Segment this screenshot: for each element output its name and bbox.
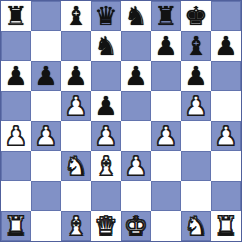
piece-black-pawn[interactable]: ♟ [4, 61, 27, 91]
piece-black-knight[interactable]: ♞ [124, 1, 147, 31]
square-h6[interactable] [211, 61, 241, 91]
piece-white-pawn[interactable]: ♟ [124, 151, 147, 181]
square-d7[interactable]: ♞ [91, 31, 121, 61]
square-h1[interactable]: ♜ [211, 211, 241, 241]
square-b3[interactable] [31, 151, 61, 181]
square-f4[interactable]: ♟ [151, 121, 181, 151]
square-f1[interactable] [151, 211, 181, 241]
square-d5[interactable]: ♟ [91, 91, 121, 121]
piece-white-king[interactable]: ♚ [124, 211, 147, 241]
square-b2[interactable] [31, 181, 61, 211]
square-e1[interactable]: ♚ [121, 211, 151, 241]
piece-black-pawn[interactable]: ♟ [34, 61, 57, 91]
piece-black-pawn[interactable]: ♟ [94, 91, 117, 121]
piece-white-rook[interactable]: ♜ [214, 211, 237, 241]
square-d4[interactable]: ♟ [91, 121, 121, 151]
piece-black-knight[interactable]: ♞ [94, 31, 117, 61]
square-c1[interactable]: ♝ [61, 211, 91, 241]
square-a8[interactable]: ♜ [1, 1, 31, 31]
square-g8[interactable]: ♚ [181, 1, 211, 31]
square-f5[interactable] [151, 91, 181, 121]
square-a7[interactable] [1, 31, 31, 61]
piece-black-bishop[interactable]: ♝ [184, 31, 207, 61]
square-g2[interactable] [181, 181, 211, 211]
piece-white-bishop[interactable]: ♝ [64, 211, 87, 241]
square-d3[interactable]: ♝ [91, 151, 121, 181]
square-a3[interactable] [1, 151, 31, 181]
square-e4[interactable] [121, 121, 151, 151]
piece-white-pawn[interactable]: ♟ [154, 121, 177, 151]
square-c5[interactable]: ♟ [61, 91, 91, 121]
square-c6[interactable]: ♟ [61, 61, 91, 91]
square-b1[interactable] [31, 211, 61, 241]
square-a5[interactable] [1, 91, 31, 121]
square-b6[interactable]: ♟ [31, 61, 61, 91]
piece-white-queen[interactable]: ♛ [94, 211, 117, 241]
chess-board: ♜♝♛♞♜♚♞♟♝♟♟♟♟♟♟♟♟♟♟♟♟♟♟♞♝♟♜♝♛♚♞♜ [0, 0, 242, 242]
square-e8[interactable]: ♞ [121, 1, 151, 31]
square-h4[interactable]: ♟ [211, 121, 241, 151]
square-f8[interactable]: ♜ [151, 1, 181, 31]
square-h3[interactable] [211, 151, 241, 181]
piece-black-king[interactable]: ♚ [184, 1, 207, 31]
piece-black-bishop[interactable]: ♝ [64, 1, 87, 31]
piece-white-rook[interactable]: ♜ [4, 211, 27, 241]
square-h2[interactable] [211, 181, 241, 211]
piece-white-pawn[interactable]: ♟ [214, 121, 237, 151]
square-f6[interactable] [151, 61, 181, 91]
square-d6[interactable] [91, 61, 121, 91]
piece-white-knight[interactable]: ♞ [184, 211, 207, 241]
square-b8[interactable] [31, 1, 61, 31]
piece-white-knight[interactable]: ♞ [64, 151, 87, 181]
piece-white-pawn[interactable]: ♟ [34, 121, 57, 151]
square-c4[interactable] [61, 121, 91, 151]
piece-white-pawn[interactable]: ♟ [64, 91, 87, 121]
piece-black-queen[interactable]: ♛ [94, 1, 117, 31]
square-b7[interactable] [31, 31, 61, 61]
square-c7[interactable] [61, 31, 91, 61]
square-a4[interactable]: ♟ [1, 121, 31, 151]
square-a6[interactable]: ♟ [1, 61, 31, 91]
square-c3[interactable]: ♞ [61, 151, 91, 181]
square-e2[interactable] [121, 181, 151, 211]
square-g7[interactable]: ♝ [181, 31, 211, 61]
piece-black-pawn[interactable]: ♟ [184, 61, 207, 91]
square-g6[interactable]: ♟ [181, 61, 211, 91]
square-c2[interactable] [61, 181, 91, 211]
square-d8[interactable]: ♛ [91, 1, 121, 31]
piece-white-bishop[interactable]: ♝ [94, 151, 117, 181]
square-a1[interactable]: ♜ [1, 211, 31, 241]
square-g1[interactable]: ♞ [181, 211, 211, 241]
piece-black-pawn[interactable]: ♟ [64, 61, 87, 91]
square-e3[interactable]: ♟ [121, 151, 151, 181]
square-d2[interactable] [91, 181, 121, 211]
piece-white-pawn[interactable]: ♟ [94, 121, 117, 151]
piece-white-pawn[interactable]: ♟ [184, 91, 207, 121]
square-f2[interactable] [151, 181, 181, 211]
square-d1[interactable]: ♛ [91, 211, 121, 241]
square-e7[interactable] [121, 31, 151, 61]
piece-white-pawn[interactable]: ♟ [4, 121, 27, 151]
piece-black-pawn[interactable]: ♟ [124, 61, 147, 91]
square-e5[interactable] [121, 91, 151, 121]
square-g3[interactable] [181, 151, 211, 181]
square-h5[interactable] [211, 91, 241, 121]
piece-black-rook[interactable]: ♜ [154, 1, 177, 31]
piece-black-pawn[interactable]: ♟ [154, 31, 177, 61]
square-f3[interactable] [151, 151, 181, 181]
square-f7[interactable]: ♟ [151, 31, 181, 61]
square-e6[interactable]: ♟ [121, 61, 151, 91]
square-c8[interactable]: ♝ [61, 1, 91, 31]
square-g5[interactable]: ♟ [181, 91, 211, 121]
square-b5[interactable] [31, 91, 61, 121]
piece-black-pawn[interactable]: ♟ [214, 31, 237, 61]
square-h7[interactable]: ♟ [211, 31, 241, 61]
square-b4[interactable]: ♟ [31, 121, 61, 151]
square-h8[interactable] [211, 1, 241, 31]
piece-black-rook[interactable]: ♜ [4, 1, 27, 31]
square-a2[interactable] [1, 181, 31, 211]
square-g4[interactable] [181, 121, 211, 151]
